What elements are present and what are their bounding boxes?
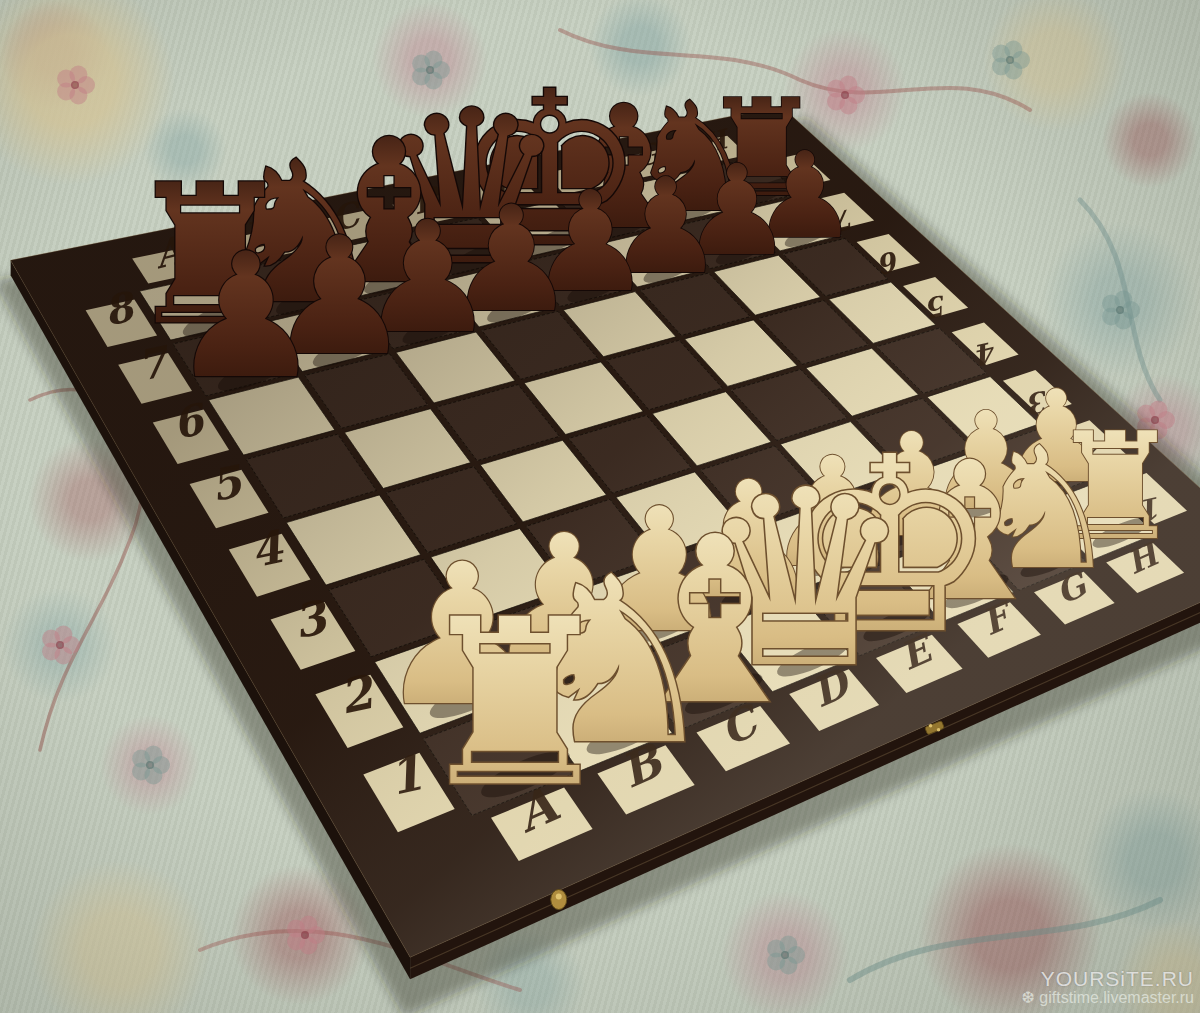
- carpet-flower-center: [301, 931, 309, 939]
- photo-scene: 88AA77BB66CC55DD44EE33FF22GG11HH♜♞♝♟♚♟♛♟…: [0, 0, 1200, 1013]
- carpet-flower-petal: [144, 746, 162, 764]
- piece-white-rook-a1[interactable]: ♜: [412, 570, 617, 837]
- carpet-flower-petal: [69, 66, 87, 84]
- carpet-flower-center: [1116, 306, 1124, 314]
- carpet-flower-center: [56, 641, 64, 649]
- carpet-flower-petal: [839, 76, 857, 94]
- brass-hinge-pin: [937, 728, 941, 732]
- carpet-flower-petal: [299, 916, 317, 934]
- carpet-flower-petal: [779, 936, 797, 954]
- carpet-flower-center: [146, 761, 154, 769]
- carpet-flower-center: [841, 91, 849, 99]
- carpet-flower-petal: [1114, 291, 1132, 309]
- brass-latch-knob: [556, 894, 562, 900]
- carpet-vine: [850, 900, 1160, 980]
- carpet-flower-center: [781, 951, 789, 959]
- carpet-flower-petal: [1004, 41, 1022, 59]
- piece-black-pawn-a7[interactable]: ♟: [169, 216, 323, 417]
- carpet-flower-petal: [54, 626, 72, 644]
- carpet-flower-center: [1006, 56, 1014, 64]
- chessboard: 88AA77BB66CC55DD44EE33FF22GG11HH♜♞♝♟♚♟♛♟…: [0, 0, 1200, 1013]
- brass-hinge-pin: [929, 724, 933, 728]
- carpet-flower-center: [71, 81, 79, 89]
